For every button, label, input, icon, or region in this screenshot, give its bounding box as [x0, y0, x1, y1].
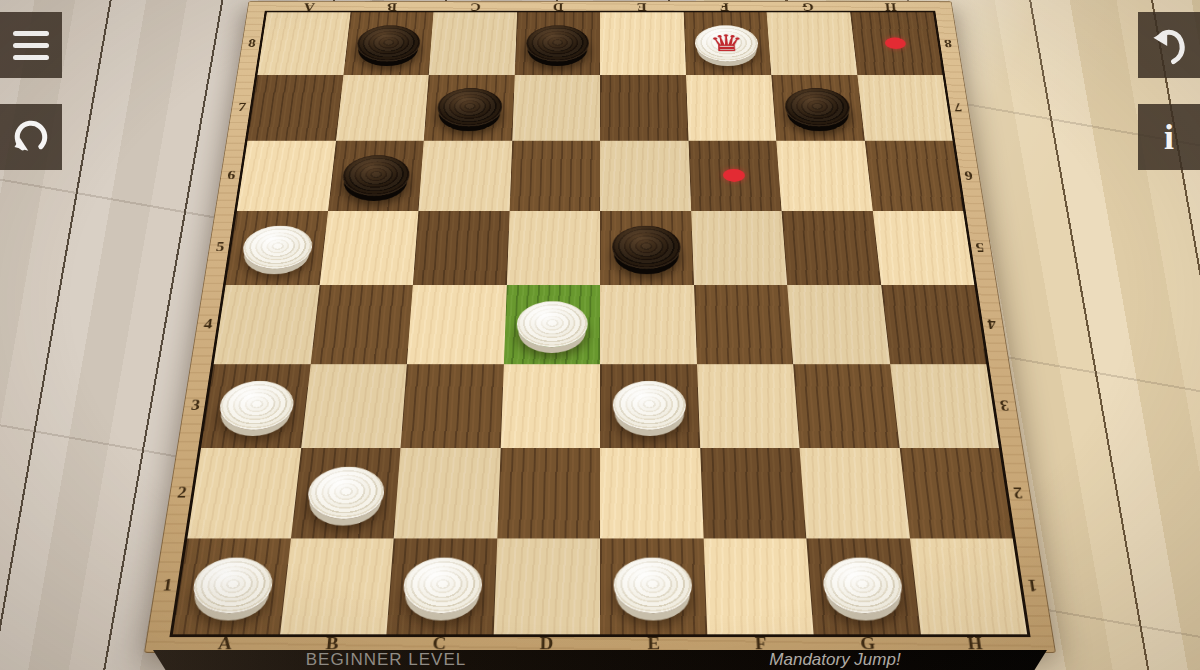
square-C3[interactable] — [400, 364, 503, 448]
square-G2[interactable] — [800, 448, 910, 538]
square-H4[interactable] — [881, 285, 987, 364]
square-F5[interactable] — [691, 211, 787, 285]
hamburger-icon — [13, 27, 49, 63]
square-A4[interactable] — [214, 285, 320, 364]
square-C7[interactable] — [424, 75, 515, 141]
square-B6[interactable] — [328, 141, 424, 211]
square-E6[interactable] — [600, 141, 691, 211]
square-B7[interactable] — [336, 75, 429, 141]
square-D7[interactable] — [512, 75, 600, 141]
square-C1[interactable] — [386, 538, 496, 634]
square-E8[interactable] — [600, 12, 686, 74]
square-E4[interactable] — [600, 285, 697, 364]
info-icon: i — [1164, 116, 1174, 158]
square-A2[interactable] — [187, 448, 300, 538]
square-B3[interactable] — [301, 364, 407, 448]
square-B2[interactable] — [291, 448, 401, 538]
square-A1[interactable] — [173, 538, 291, 634]
menu-button[interactable] — [0, 12, 62, 78]
square-D4[interactable] — [503, 285, 600, 364]
square-E1[interactable] — [600, 538, 707, 634]
square-D3[interactable] — [500, 364, 600, 448]
square-E7[interactable] — [600, 75, 688, 141]
square-D1[interactable] — [493, 538, 600, 634]
square-B5[interactable] — [319, 211, 418, 285]
square-G7[interactable] — [771, 75, 864, 141]
square-D2[interactable] — [497, 448, 600, 538]
square-A7[interactable] — [247, 75, 343, 141]
square-H5[interactable] — [872, 211, 974, 285]
square-F7[interactable] — [686, 75, 777, 141]
square-F8[interactable] — [683, 12, 771, 74]
square-H2[interactable] — [899, 448, 1012, 538]
square-G4[interactable] — [787, 285, 890, 364]
undo-button[interactable] — [1138, 12, 1200, 78]
square-B8[interactable] — [343, 12, 433, 74]
game-board: ♛ 8877665544332211AABBCCDDEEFFGGHH — [144, 1, 1056, 653]
square-G8[interactable] — [767, 12, 857, 74]
square-C8[interactable] — [429, 12, 517, 74]
checkers-app: ♛ 8877665544332211AABBCCDDEEFFGGHH BEGIN… — [0, 0, 1200, 670]
square-B4[interactable] — [310, 285, 413, 364]
board-squares — [173, 12, 1027, 634]
square-G1[interactable] — [806, 538, 920, 634]
level-label: BEGINNER LEVEL — [306, 650, 466, 670]
square-F4[interactable] — [694, 285, 794, 364]
square-F6[interactable] — [688, 141, 781, 211]
square-C4[interactable] — [407, 285, 507, 364]
square-C6[interactable] — [418, 141, 511, 211]
square-H6[interactable] — [864, 141, 963, 211]
square-H3[interactable] — [890, 364, 999, 448]
square-G6[interactable] — [776, 141, 872, 211]
status-message: Mandatory Jump! — [769, 650, 900, 670]
square-G5[interactable] — [782, 211, 881, 285]
undo-curved-arrow-icon — [1147, 23, 1191, 67]
square-H8[interactable] — [850, 12, 943, 74]
restart-button[interactable] — [0, 104, 62, 170]
square-E5[interactable] — [600, 211, 694, 285]
square-F3[interactable] — [697, 364, 800, 448]
square-A3[interactable] — [201, 364, 310, 448]
square-A8[interactable] — [257, 12, 350, 74]
square-F2[interactable] — [700, 448, 807, 538]
square-F1[interactable] — [703, 538, 813, 634]
square-D6[interactable] — [509, 141, 600, 211]
square-A6[interactable] — [237, 141, 336, 211]
square-B1[interactable] — [280, 538, 394, 634]
square-E2[interactable] — [600, 448, 703, 538]
square-H1[interactable] — [909, 538, 1027, 634]
square-G3[interactable] — [793, 364, 899, 448]
info-button[interactable]: i — [1138, 104, 1200, 170]
square-D5[interactable] — [506, 211, 600, 285]
restart-circular-arrow-icon — [9, 115, 53, 159]
square-C5[interactable] — [413, 211, 509, 285]
board-front-edge: BEGINNER LEVEL Mandatory Jump! — [153, 650, 1047, 670]
square-C2[interactable] — [394, 448, 501, 538]
square-H7[interactable] — [857, 75, 953, 141]
square-A5[interactable] — [226, 211, 328, 285]
square-D8[interactable] — [514, 12, 600, 74]
square-E3[interactable] — [600, 364, 700, 448]
